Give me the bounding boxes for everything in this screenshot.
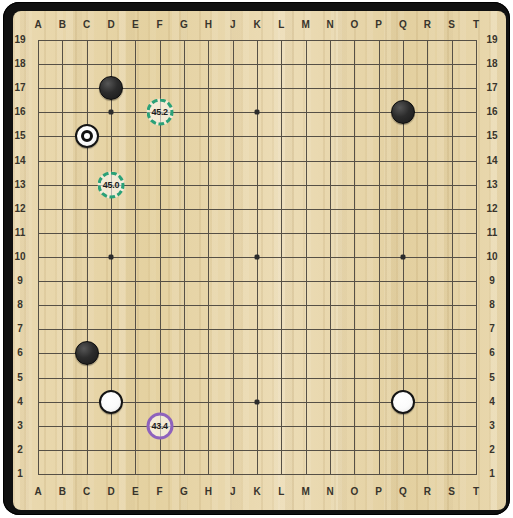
board-cell: [354, 112, 378, 136]
board-cell: [62, 353, 86, 377]
coordinate-label: L: [269, 19, 293, 30]
coordinate-label: C: [75, 19, 99, 30]
board-cell: [330, 329, 354, 353]
board-cell: [111, 233, 135, 257]
board-cell: [427, 257, 451, 281]
board-cell: [62, 281, 86, 305]
board-cell: [330, 305, 354, 329]
board-cell: [427, 88, 451, 112]
board-cell: [306, 450, 330, 474]
board-cell: [160, 329, 184, 353]
board-cell: [379, 329, 403, 353]
board-cell: [233, 281, 257, 305]
board-cell: [403, 305, 427, 329]
board-cell: [87, 209, 111, 233]
board-cell: [87, 329, 111, 353]
board-cell: [160, 353, 184, 377]
board-cell: [135, 305, 159, 329]
board-cell: [427, 40, 451, 64]
board-cell: [452, 40, 476, 64]
board-cell: [208, 329, 232, 353]
coordinate-label: N: [318, 19, 342, 30]
board-cell: [38, 161, 62, 185]
go-analysis-screenshot: ABCDEFGHJKLMNOPQRST ABCDEFGHJKLMNOPQRST …: [0, 0, 513, 518]
coordinate-label: R: [415, 486, 439, 497]
board-cell: [184, 305, 208, 329]
board-cell: [379, 402, 403, 426]
board-cell: [330, 209, 354, 233]
board-cell: [452, 281, 476, 305]
board-cell: [208, 305, 232, 329]
board-cell: [354, 450, 378, 474]
board-cell: [87, 402, 111, 426]
coordinate-label: L: [269, 486, 293, 497]
board-cell: [38, 88, 62, 112]
board-cell: [135, 136, 159, 160]
board-cell: [111, 378, 135, 402]
board-cell: [354, 402, 378, 426]
board-cell: [354, 353, 378, 377]
board-cell: [184, 40, 208, 64]
board-cell: [62, 426, 86, 450]
board-cell: [184, 112, 208, 136]
board-cell: [330, 136, 354, 160]
board-cell: [452, 185, 476, 209]
board-cell: [452, 378, 476, 402]
board-cell: [403, 185, 427, 209]
board-cell: [427, 329, 451, 353]
board-cell: [452, 402, 476, 426]
board-cell: [160, 257, 184, 281]
board-cell: [403, 64, 427, 88]
coordinate-label: H: [196, 19, 220, 30]
coordinate-label: N: [318, 486, 342, 497]
board-cell: [111, 426, 135, 450]
board-cell: [208, 88, 232, 112]
board-cell: [354, 329, 378, 353]
board-cell: [208, 402, 232, 426]
board-cell: [62, 233, 86, 257]
board-cell: [330, 161, 354, 185]
board-cell: [160, 209, 184, 233]
board-cell: [379, 64, 403, 88]
board-cell: [379, 112, 403, 136]
board-cell: [257, 209, 281, 233]
board-cell: [403, 88, 427, 112]
board-cell: [354, 233, 378, 257]
board-cell: [403, 209, 427, 233]
board-cell: [184, 185, 208, 209]
board-cell: [38, 450, 62, 474]
board-cell: [208, 136, 232, 160]
board-cell: [306, 257, 330, 281]
ai-move-annotation-d13[interactable]: 45.0: [98, 171, 125, 198]
board-cell: [354, 64, 378, 88]
board-cell: [38, 353, 62, 377]
board-cell: [184, 136, 208, 160]
board-cell: [135, 378, 159, 402]
board-cell: [330, 257, 354, 281]
board-cell: [281, 209, 305, 233]
board-cell: [233, 136, 257, 160]
board-cell: [379, 257, 403, 281]
board-cell: [281, 233, 305, 257]
coordinate-label: A: [26, 486, 50, 497]
board-cell: [233, 233, 257, 257]
coordinate-label: 18: [482, 58, 502, 70]
board-cell: [208, 426, 232, 450]
board-cell: [379, 185, 403, 209]
board-cell: [281, 64, 305, 88]
board-cell: [379, 161, 403, 185]
coordinate-label: R: [415, 19, 439, 30]
board-cell: [281, 185, 305, 209]
coordinate-label: 11: [482, 227, 502, 239]
board-cell: [38, 233, 62, 257]
board-cell: [233, 257, 257, 281]
annotation-score-label: 43.4: [151, 421, 167, 430]
coordinate-label: 13: [482, 179, 502, 191]
board-cell: [38, 426, 62, 450]
board-cell: [62, 450, 86, 474]
coordinate-label: B: [50, 486, 74, 497]
board-cell: [403, 161, 427, 185]
board-cell: [306, 329, 330, 353]
board-cell: [38, 185, 62, 209]
board-cell: [403, 112, 427, 136]
board-cell: [330, 40, 354, 64]
board-cell: [38, 402, 62, 426]
coordinate-label: 6: [10, 347, 30, 359]
coordinate-label: 14: [482, 155, 502, 167]
board-cell: [306, 233, 330, 257]
coordinate-label: E: [123, 19, 147, 30]
board-cell: [233, 305, 257, 329]
board-cell: [38, 257, 62, 281]
coordinate-label: 12: [10, 203, 30, 215]
board-cell: [379, 233, 403, 257]
board-cell: [184, 161, 208, 185]
coordinate-label: P: [367, 19, 391, 30]
board-cell: [379, 40, 403, 64]
board-cell: [38, 136, 62, 160]
board-cell: [354, 305, 378, 329]
board-cell: [62, 112, 86, 136]
board-cell: [281, 136, 305, 160]
board-cell: [403, 233, 427, 257]
board-cell: [184, 64, 208, 88]
board-cell: [281, 40, 305, 64]
coordinate-label: O: [342, 486, 366, 497]
board-cell: [354, 378, 378, 402]
coordinate-label: M: [294, 19, 318, 30]
board-cell: [427, 136, 451, 160]
board-cell: [330, 281, 354, 305]
board-cell: [62, 305, 86, 329]
board-cell: [452, 209, 476, 233]
board-cell: [208, 257, 232, 281]
board-cell: [111, 136, 135, 160]
board-cell: [87, 450, 111, 474]
board-cell: [306, 88, 330, 112]
coordinate-label: 1: [482, 468, 502, 480]
board-cell: [354, 426, 378, 450]
coordinate-label: S: [440, 486, 464, 497]
board-cell: [233, 353, 257, 377]
board-cell: [427, 209, 451, 233]
board-cell: [111, 353, 135, 377]
coordinate-label: 19: [10, 34, 30, 46]
board-cell: [379, 88, 403, 112]
board-cell: [184, 450, 208, 474]
board-cell: [184, 353, 208, 377]
board-cell: [427, 112, 451, 136]
board-cell: [257, 136, 281, 160]
coordinate-label: 4: [482, 396, 502, 408]
board-cell: [62, 88, 86, 112]
board-cell: [452, 305, 476, 329]
board-cell: [281, 426, 305, 450]
coordinate-label: 2: [10, 444, 30, 456]
coordinate-label: 17: [482, 82, 502, 94]
coordinate-label: 16: [482, 106, 502, 118]
coordinate-label: 10: [482, 251, 502, 263]
board-cell: [452, 88, 476, 112]
coordinate-label: S: [440, 19, 464, 30]
board-cell: [184, 426, 208, 450]
board-cell: [160, 378, 184, 402]
board-cell: [135, 353, 159, 377]
board-cell: [354, 281, 378, 305]
board-cell: [452, 64, 476, 88]
coordinate-label: 3: [482, 420, 502, 432]
board-cell: [111, 305, 135, 329]
board-cell: [62, 329, 86, 353]
board-cell: [306, 378, 330, 402]
board-cell: [208, 233, 232, 257]
ai-move-annotation-f3[interactable]: 43.4: [146, 412, 173, 439]
board-cell: [306, 305, 330, 329]
coordinate-label: H: [196, 486, 220, 497]
board-cell: [62, 378, 86, 402]
ai-move-annotation-f16[interactable]: 45.2: [146, 99, 173, 126]
board-cell: [403, 136, 427, 160]
board-cell: [135, 329, 159, 353]
board-cell: [330, 233, 354, 257]
board-cell: [452, 353, 476, 377]
board-cell: [354, 185, 378, 209]
board-cell: [38, 64, 62, 88]
board-cell: [208, 378, 232, 402]
board-cell: [452, 426, 476, 450]
coordinate-label: 18: [10, 58, 30, 70]
board-cell: [281, 161, 305, 185]
coordinate-label: C: [75, 486, 99, 497]
board-cell: [427, 233, 451, 257]
board-cell: [257, 64, 281, 88]
board-cell: [452, 257, 476, 281]
board-cell: [38, 329, 62, 353]
coordinate-label: M: [294, 486, 318, 497]
board-cell: [427, 378, 451, 402]
board-cell: [379, 209, 403, 233]
board-cell: [379, 450, 403, 474]
board-cell: [111, 40, 135, 64]
board-cell: [427, 402, 451, 426]
board-cell: [233, 40, 257, 64]
board-cell: [257, 233, 281, 257]
coordinate-label: F: [148, 19, 172, 30]
board-cell: [330, 450, 354, 474]
board-cell: [257, 40, 281, 64]
coordinate-label: T: [464, 486, 488, 497]
board-cell: [281, 112, 305, 136]
board-cell: [257, 426, 281, 450]
board-cell: [306, 209, 330, 233]
board-cell: [281, 353, 305, 377]
board-cell: [38, 40, 62, 64]
board-cell: [379, 378, 403, 402]
coordinate-label: A: [26, 19, 50, 30]
board-cell: [111, 112, 135, 136]
board-cell: [62, 64, 86, 88]
board-cell: [330, 426, 354, 450]
board-cell: [330, 402, 354, 426]
board-cell: [62, 185, 86, 209]
coordinate-label: 5: [482, 372, 502, 384]
board-cell: [427, 185, 451, 209]
board-cell: [160, 40, 184, 64]
annotation-score-label: 45.2: [151, 108, 167, 117]
coordinate-label: T: [464, 19, 488, 30]
board-cell: [111, 209, 135, 233]
board-cell: [452, 450, 476, 474]
coordinate-label: 19: [482, 34, 502, 46]
coordinate-label: D: [99, 486, 123, 497]
board-cell: [62, 402, 86, 426]
board-cell: [306, 112, 330, 136]
board-cell: [184, 209, 208, 233]
board-cell: [233, 450, 257, 474]
board-cell: [184, 233, 208, 257]
board-cell: [62, 40, 86, 64]
coordinate-label: 7: [10, 323, 30, 335]
coordinate-label: 10: [10, 251, 30, 263]
board-cell: [306, 281, 330, 305]
board-cell: [62, 161, 86, 185]
coordinate-label: 5: [10, 372, 30, 384]
board-cell: [427, 426, 451, 450]
board-cell: [281, 450, 305, 474]
board-cell: [403, 353, 427, 377]
coordinate-label: 4: [10, 396, 30, 408]
board-cell: [135, 233, 159, 257]
board-cell: [257, 257, 281, 281]
board-cell: [403, 281, 427, 305]
board-cell: [427, 450, 451, 474]
board-cell: [306, 402, 330, 426]
coordinate-label: K: [245, 486, 269, 497]
board-cell: [354, 209, 378, 233]
board-cell: [379, 281, 403, 305]
board-cell: [257, 88, 281, 112]
coordinate-label: G: [172, 19, 196, 30]
board-cell: [160, 450, 184, 474]
board-cell: [233, 185, 257, 209]
coordinate-label: 12: [482, 203, 502, 215]
board-cell: [281, 305, 305, 329]
board-cell: [403, 40, 427, 64]
board-cell: [184, 329, 208, 353]
board-cell: [281, 402, 305, 426]
board-cell: [403, 426, 427, 450]
board-cell: [38, 209, 62, 233]
board-cell: [87, 378, 111, 402]
board-cell: [233, 88, 257, 112]
board-cell: [354, 257, 378, 281]
go-board-grid[interactable]: [38, 40, 477, 475]
board-cell: [233, 209, 257, 233]
board-cell: [281, 257, 305, 281]
board-cell: [87, 233, 111, 257]
board-cell: [208, 353, 232, 377]
board-cell: [452, 136, 476, 160]
coordinate-label: 9: [482, 275, 502, 287]
board-cell: [135, 257, 159, 281]
board-cell: [427, 281, 451, 305]
coordinate-label: 14: [10, 155, 30, 167]
coordinate-label: 13: [10, 179, 30, 191]
coordinate-label: J: [221, 486, 245, 497]
board-cell: [306, 426, 330, 450]
coordinate-label: O: [342, 19, 366, 30]
board-cell: [281, 88, 305, 112]
coordinate-label: Q: [391, 486, 415, 497]
board-cell: [135, 161, 159, 185]
board-cell: [427, 353, 451, 377]
board-cell: [233, 426, 257, 450]
board-cell: [160, 64, 184, 88]
board-cell: [281, 378, 305, 402]
board-cell: [160, 305, 184, 329]
coordinate-label: 17: [10, 82, 30, 94]
coordinate-label: 7: [482, 323, 502, 335]
board-cell: [62, 209, 86, 233]
board-cell: [379, 353, 403, 377]
board-cell: [257, 353, 281, 377]
board-cell: [233, 112, 257, 136]
board-cell: [403, 402, 427, 426]
board-cell: [427, 64, 451, 88]
board-cell: [135, 450, 159, 474]
coordinate-label: G: [172, 486, 196, 497]
board-cell: [233, 378, 257, 402]
board-cell: [330, 378, 354, 402]
board-cell: [87, 88, 111, 112]
board-cell: [233, 64, 257, 88]
board-cell: [281, 329, 305, 353]
coordinate-label: 16: [10, 106, 30, 118]
board-cell: [257, 378, 281, 402]
board-cell: [184, 257, 208, 281]
coordinate-label: 1: [10, 468, 30, 480]
board-cell: [233, 402, 257, 426]
board-cell: [233, 161, 257, 185]
board-cell: [111, 64, 135, 88]
board-cell: [62, 257, 86, 281]
board-cell: [87, 40, 111, 64]
board-cell: [281, 281, 305, 305]
